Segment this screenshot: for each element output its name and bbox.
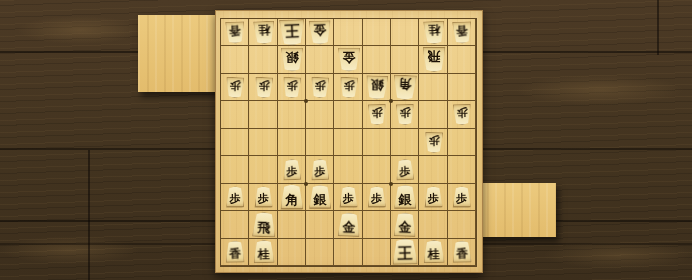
piece-kanji: 歩 — [400, 104, 411, 118]
piece-gote-pawn[interactable]: 歩 — [339, 76, 358, 98]
piece-gote-pawn[interactable]: 歩 — [396, 104, 414, 125]
piece-kanji: 歩 — [456, 193, 467, 207]
piece-gote-knight[interactable]: 桂 — [423, 20, 445, 44]
piece-kanji: 桂 — [257, 21, 270, 36]
piece-sente-gold[interactable]: 金 — [394, 212, 417, 237]
piece-kanji: 歩 — [400, 166, 411, 180]
piece-gote-silver[interactable]: 銀 — [365, 75, 388, 100]
piece-sente-knight[interactable]: 桂 — [253, 240, 274, 263]
piece-gote-lance[interactable]: 香 — [452, 21, 472, 44]
piece-gote-gold[interactable]: 金 — [338, 48, 360, 72]
piece-sente-silver[interactable]: 銀 — [394, 185, 416, 209]
piece-gote-pawn[interactable]: 歩 — [254, 76, 273, 98]
komadai-left — [138, 15, 218, 92]
piece-gote-pawn[interactable]: 歩 — [226, 76, 245, 98]
piece-sente-lance[interactable]: 香 — [225, 241, 244, 263]
piece-kanji: 金 — [342, 220, 356, 236]
piece-kanji: 歩 — [343, 193, 354, 207]
piece-sente-pawn[interactable]: 歩 — [255, 186, 273, 207]
piece-sente-pawn[interactable]: 歩 — [453, 186, 471, 207]
board-grid: 香桂王金桂香銀金飛歩歩歩歩歩銀角歩歩歩歩歩歩歩歩歩角銀歩歩銀歩歩飛金金香桂王桂香 — [220, 18, 477, 267]
piece-gote-pawn[interactable]: 歩 — [311, 76, 330, 98]
piece-kanji: 歩 — [371, 104, 382, 118]
piece-kanji: 金 — [313, 20, 327, 36]
plank-seam — [88, 150, 90, 280]
piece-kanji: 桂 — [427, 248, 439, 263]
piece-kanji: 銀 — [370, 75, 384, 91]
piece-kanji: 香 — [456, 248, 468, 263]
piece-kanji: 銀 — [314, 193, 327, 209]
piece-sente-gold[interactable]: 金 — [337, 212, 360, 237]
piece-gote-gold[interactable]: 金 — [309, 20, 332, 45]
piece-sente-pawn[interactable]: 歩 — [425, 186, 443, 207]
piece-kanji: 歩 — [428, 131, 439, 145]
piece-sente-knight[interactable]: 桂 — [423, 240, 444, 263]
piece-kanji: 銀 — [285, 48, 298, 64]
piece-kanji: 歩 — [286, 166, 297, 180]
piece-sente-pawn[interactable]: 歩 — [226, 186, 244, 207]
piece-gote-rook[interactable]: 飛 — [422, 47, 445, 72]
piece-kanji: 歩 — [371, 193, 382, 207]
piece-kanji: 角 — [399, 74, 413, 90]
piece-sente-pawn[interactable]: 歩 — [311, 159, 330, 181]
plank-seam — [657, 0, 659, 55]
piece-kanji: 桂 — [427, 21, 440, 36]
hoshi-dot — [389, 99, 393, 103]
piece-sente-silver[interactable]: 銀 — [309, 185, 331, 209]
piece-sente-rook[interactable]: 飛 — [252, 211, 276, 237]
table-background: 香桂王金桂香銀金飛歩歩歩歩歩銀角歩歩歩歩歩歩歩歩歩角銀歩歩銀歩歩飛金金香桂王桂香 — [0, 0, 692, 280]
piece-kanji: 歩 — [343, 76, 354, 90]
piece-kanji: 桂 — [257, 248, 269, 263]
piece-kanji: 銀 — [399, 193, 412, 209]
piece-gote-pawn[interactable]: 歩 — [368, 104, 386, 125]
piece-kanji: 角 — [285, 193, 298, 209]
piece-kanji: 歩 — [230, 76, 241, 90]
piece-kanji: 王 — [398, 247, 413, 265]
piece-sente-pawn[interactable]: 歩 — [368, 186, 386, 207]
piece-sente-pawn[interactable]: 歩 — [282, 159, 301, 181]
piece-kanji: 香 — [229, 248, 241, 263]
piece-kanji: 歩 — [258, 76, 269, 90]
piece-kanji: 香 — [455, 21, 468, 36]
piece-kanji: 歩 — [230, 193, 241, 207]
piece-kanji: 歩 — [428, 193, 439, 207]
piece-sente-pawn[interactable]: 歩 — [340, 186, 358, 207]
piece-kanji: 歩 — [315, 76, 326, 90]
hoshi-dot — [304, 99, 308, 103]
piece-kanji: 歩 — [315, 166, 326, 180]
piece-gote-pawn[interactable]: 歩 — [282, 76, 301, 98]
piece-kanji: 飛 — [427, 47, 440, 63]
piece-gote-lance[interactable]: 香 — [225, 21, 245, 44]
piece-kanji: 飛 — [257, 221, 271, 237]
piece-gote-knight[interactable]: 桂 — [253, 20, 275, 44]
piece-gote-silver[interactable]: 銀 — [281, 48, 303, 72]
shogi-board[interactable]: 香桂王金桂香銀金飛歩歩歩歩歩銀角歩歩歩歩歩歩歩歩歩角銀歩歩銀歩歩飛金金香桂王桂香 — [215, 10, 483, 273]
piece-sente-bishop[interactable]: 角 — [280, 184, 303, 209]
piece-sente-lance[interactable]: 香 — [452, 241, 471, 263]
piece-kanji: 金 — [342, 48, 355, 64]
piece-kanji: 歩 — [456, 104, 467, 118]
piece-sente-king[interactable]: 王 — [392, 239, 417, 265]
piece-kanji: 歩 — [258, 193, 269, 207]
piece-kanji: 金 — [398, 220, 412, 236]
komadai-right — [478, 183, 556, 237]
hoshi-dot — [389, 182, 393, 186]
piece-gote-pawn[interactable]: 歩 — [424, 131, 442, 152]
piece-sente-pawn[interactable]: 歩 — [396, 159, 415, 181]
piece-gote-bishop[interactable]: 角 — [393, 74, 417, 100]
piece-kanji: 香 — [229, 21, 242, 36]
piece-gote-pawn[interactable]: 歩 — [453, 104, 471, 125]
piece-kanji: 王 — [284, 19, 300, 38]
piece-gote-king[interactable]: 王 — [279, 19, 305, 46]
piece-kanji: 歩 — [286, 76, 297, 90]
hoshi-dot — [304, 182, 308, 186]
